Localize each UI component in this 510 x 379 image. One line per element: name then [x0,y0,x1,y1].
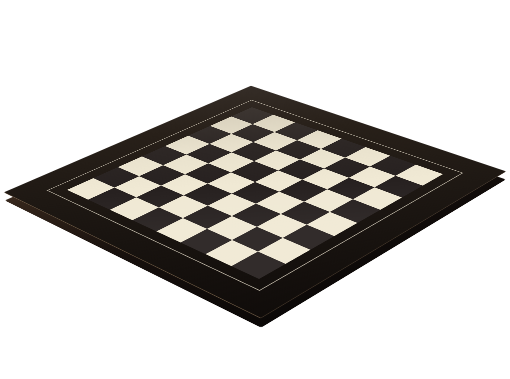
board-square [330,199,379,222]
board-square [133,208,182,231]
board-square [281,201,330,224]
product-photo-background [0,0,510,379]
board-square [136,186,184,208]
board-square [181,229,232,254]
board-square [207,193,256,216]
board-square [258,238,310,264]
photo-perspective-wrapper [0,0,510,379]
board-square [232,182,280,204]
board-square [110,197,159,220]
board-square [327,178,375,200]
board-square [232,203,281,226]
board-square [353,187,402,209]
board-square [88,188,136,210]
board-square [232,252,285,279]
chess-board [3,86,506,319]
board-square [304,189,353,211]
board-square [206,240,258,266]
board-square [182,206,231,229]
board-square [375,176,423,198]
board-frame [3,86,506,319]
board-square [257,214,307,238]
board-square [307,212,357,236]
board-square [256,191,305,213]
board-square [184,184,232,206]
board-square [156,218,206,242]
board-square [159,195,208,218]
board-square [207,216,257,240]
board-square [232,227,283,252]
board-square [283,225,334,250]
board-square [279,180,327,202]
